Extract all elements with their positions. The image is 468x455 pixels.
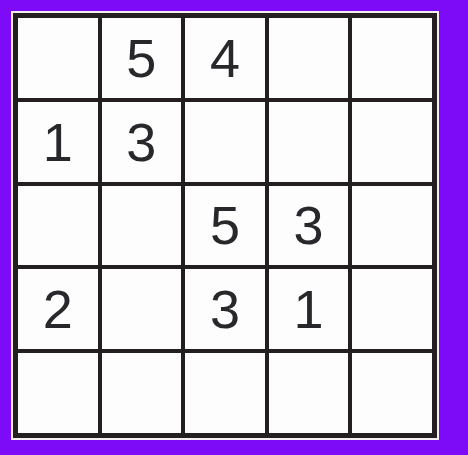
- cell-r3c2[interactable]: [102, 186, 182, 266]
- cell-r1c1[interactable]: [18, 18, 98, 98]
- cell-r3c3[interactable]: 5: [185, 186, 265, 266]
- cell-r1c2[interactable]: 5: [102, 18, 182, 98]
- cell-r2c1[interactable]: 1: [18, 102, 98, 182]
- cell-r3c4[interactable]: 3: [269, 186, 349, 266]
- page-background: { "game": "5x5 sudoku (latin square numb…: [0, 0, 468, 455]
- cell-r3c5[interactable]: [352, 186, 432, 266]
- cell-r5c2[interactable]: [102, 353, 182, 433]
- cell-r4c5[interactable]: [352, 269, 432, 349]
- cell-r5c3[interactable]: [185, 353, 265, 433]
- cell-r2c5[interactable]: [352, 102, 432, 182]
- cell-r3c1[interactable]: [18, 186, 98, 266]
- puzzle-grid: 541353231: [18, 18, 432, 433]
- cell-r1c3[interactable]: 4: [185, 18, 265, 98]
- cell-r2c3[interactable]: [185, 102, 265, 182]
- cell-r1c4[interactable]: [269, 18, 349, 98]
- cell-r4c3[interactable]: 3: [185, 269, 265, 349]
- cell-r1c5[interactable]: [352, 18, 432, 98]
- cell-r4c1[interactable]: 2: [18, 269, 98, 349]
- cell-r5c5[interactable]: [352, 353, 432, 433]
- cell-r5c1[interactable]: [18, 353, 98, 433]
- cell-r4c4[interactable]: 1: [269, 269, 349, 349]
- cell-r2c4[interactable]: [269, 102, 349, 182]
- puzzle-board-frame: 541353231: [13, 13, 437, 438]
- cell-r2c2[interactable]: 3: [102, 102, 182, 182]
- cell-r5c4[interactable]: [269, 353, 349, 433]
- cell-r4c2[interactable]: [102, 269, 182, 349]
